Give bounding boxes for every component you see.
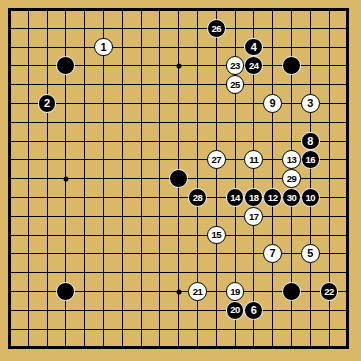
move-number: 30 (287, 193, 297, 203)
move-number: 28 (193, 193, 203, 203)
stone-black-10: 10 (301, 188, 320, 207)
handicap-stone-black (56, 56, 75, 75)
stone-white-7: 7 (263, 244, 282, 263)
move-number: 11 (249, 155, 258, 165)
handicap-stone-black (56, 282, 75, 301)
move-number: 17 (249, 212, 259, 222)
stone-white-17: 17 (244, 207, 263, 226)
move-number: 19 (230, 287, 240, 297)
go-board[interactable]: 1234567891011121314151617181920212223242… (0, 0, 361, 361)
move-number: 26 (211, 24, 221, 34)
move-number: 10 (305, 193, 315, 203)
handicap-stone-black (282, 56, 301, 75)
stone-black-8: 8 (301, 132, 320, 151)
stone-black-20: 20 (226, 301, 245, 320)
move-number: 2 (44, 98, 50, 109)
stone-black-30: 30 (282, 188, 301, 207)
handicap-stone-black (169, 169, 188, 188)
handicap-stone-black (282, 282, 301, 301)
stone-white-1: 1 (94, 38, 113, 57)
move-number: 14 (230, 193, 240, 203)
stone-black-28: 28 (188, 188, 207, 207)
stone-white-9: 9 (263, 94, 282, 113)
stone-white-19: 19 (226, 282, 245, 301)
stone-white-29: 29 (282, 169, 301, 188)
stone-black-18: 18 (244, 188, 263, 207)
move-number: 1 (100, 42, 106, 53)
move-number: 21 (193, 287, 203, 297)
stone-white-21: 21 (188, 282, 207, 301)
stone-white-13: 13 (282, 150, 301, 169)
move-number: 25 (230, 80, 240, 90)
move-number: 29 (287, 174, 297, 184)
move-number: 3 (307, 98, 313, 109)
stone-black-22: 22 (320, 282, 339, 301)
stone-white-11: 11 (244, 150, 263, 169)
stone-black-4: 4 (244, 38, 263, 57)
stone-black-16: 16 (301, 150, 320, 169)
move-number: 15 (211, 230, 221, 240)
move-number: 8 (307, 136, 313, 147)
move-number: 12 (268, 193, 278, 203)
stone-white-25: 25 (226, 75, 245, 94)
move-number: 23 (230, 61, 240, 71)
move-number: 18 (249, 193, 259, 203)
stone-black-12: 12 (263, 188, 282, 207)
move-number: 7 (270, 248, 276, 259)
stone-white-23: 23 (226, 56, 245, 75)
move-number: 9 (270, 98, 276, 109)
move-number: 24 (249, 61, 259, 71)
stone-white-3: 3 (301, 94, 320, 113)
move-number: 5 (307, 248, 313, 259)
stone-black-2: 2 (38, 94, 57, 113)
move-number: 4 (251, 42, 257, 53)
stone-black-26: 26 (207, 19, 226, 38)
move-number: 13 (287, 155, 297, 165)
stone-white-5: 5 (301, 244, 320, 263)
move-number: 27 (211, 155, 221, 165)
stones-layer: 1234567891011121314151617181920212223242… (0, 0, 357, 357)
move-number: 6 (251, 305, 257, 316)
stone-black-24: 24 (244, 56, 263, 75)
move-number: 20 (230, 305, 240, 315)
stone-black-6: 6 (244, 301, 263, 320)
stone-white-27: 27 (207, 150, 226, 169)
stone-black-14: 14 (226, 188, 245, 207)
move-number: 22 (324, 287, 334, 297)
move-number: 16 (305, 155, 315, 165)
stone-white-15: 15 (207, 226, 226, 245)
